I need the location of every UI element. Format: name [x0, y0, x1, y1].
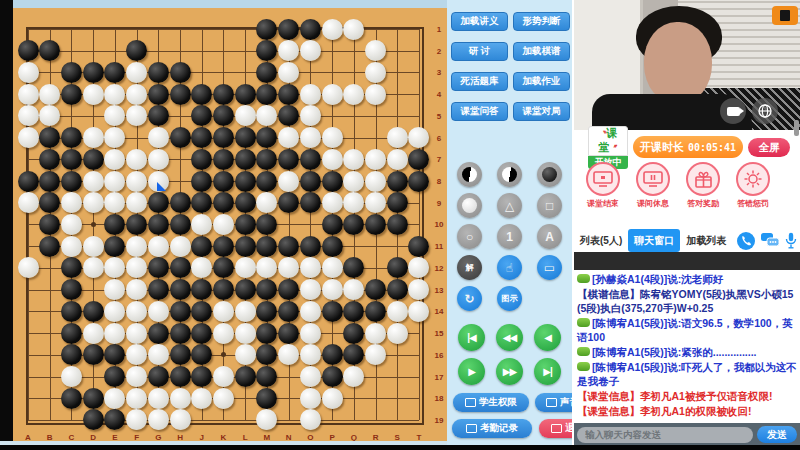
stone-L8[interactable] [235, 171, 256, 192]
stone-T12[interactable] [408, 257, 429, 278]
stone-P1[interactable] [322, 19, 343, 40]
chat-message-list[interactable]: [孙赫焱A1(4段)]说:沈老师好【棋谱信息】陈宥铭YOMY(5段)执黑VS小硕… [574, 270, 800, 423]
stone-N15[interactable] [278, 323, 299, 344]
stone-M18[interactable] [256, 388, 277, 409]
number-marker-icon[interactable]: 1 [497, 224, 522, 249]
stone-D18[interactable] [83, 388, 104, 409]
coord-number: 15 [435, 329, 444, 338]
stone-L12[interactable] [235, 257, 256, 278]
stone-D12[interactable] [83, 257, 104, 278]
chat-message-7: 【课堂信息】李初凡A1的权限被收回! [577, 404, 797, 418]
stone-N3[interactable] [278, 62, 299, 83]
black-stone-icon[interactable] [537, 162, 562, 187]
stone-P17[interactable] [322, 366, 343, 387]
board-left-strip [0, 0, 13, 445]
coord-number: 5 [437, 111, 441, 120]
stone-A4[interactable] [18, 84, 39, 105]
stone-S14[interactable] [387, 301, 408, 322]
stone-F14[interactable] [126, 301, 147, 322]
coord-number: 3 [437, 68, 441, 77]
stone-L5[interactable] [235, 105, 256, 126]
stone-Q7[interactable] [343, 149, 364, 170]
coord-number: 4 [437, 90, 441, 99]
fast-forward-button[interactable]: ▶▶ [496, 358, 523, 385]
stone-J15[interactable] [191, 323, 212, 344]
stone-T14[interactable] [408, 301, 429, 322]
toolbar-button-5[interactable]: 死活题库 [451, 72, 508, 91]
stone-P13[interactable] [322, 279, 343, 300]
stone-P4[interactable] [322, 84, 343, 105]
stone-E8[interactable] [104, 171, 125, 192]
stone-H11[interactable] [170, 236, 191, 257]
stone-G16[interactable] [148, 344, 169, 365]
stone-C7[interactable] [61, 149, 82, 170]
class-action-2[interactable]: 课间休息 [628, 162, 678, 209]
stone-R7[interactable] [365, 149, 386, 170]
stone-G9[interactable] [148, 192, 169, 213]
stone-L16[interactable] [235, 344, 256, 365]
stone-O7[interactable] [300, 149, 321, 170]
stone-K13[interactable] [213, 279, 234, 300]
stone-H13[interactable] [170, 279, 191, 300]
stone-O1[interactable] [300, 19, 321, 40]
stone-M4[interactable] [256, 84, 277, 105]
vip-badge-icon [577, 318, 590, 327]
white-stone-icon[interactable] [457, 193, 482, 218]
coord-number: 11 [435, 242, 443, 251]
stone-F7[interactable] [126, 149, 147, 170]
go-classroom-app: A1B2C3D4E5F6G7H8J9K10L11M12N13O14P15Q16R… [0, 0, 800, 450]
stone-P14[interactable] [322, 301, 343, 322]
collapsed-banner [574, 252, 800, 270]
stone-N4[interactable] [278, 84, 299, 105]
stone-G15[interactable] [148, 323, 169, 344]
stone-H12[interactable] [170, 257, 191, 278]
stone-G14[interactable] [148, 301, 169, 322]
class-timer: 开课时长 00:05:41 [633, 136, 743, 158]
stone-C15[interactable] [61, 323, 82, 344]
stone-Q8[interactable] [343, 171, 364, 192]
stone-R4[interactable] [365, 84, 386, 105]
stone-F8[interactable] [126, 171, 147, 192]
chat-bubbles-icon[interactable] [760, 232, 780, 249]
chat-message-2: 【棋谱信息】陈宥铭YOMY(5段)执黑VS小硕15(5段)执白(375,270手… [577, 287, 797, 315]
black-white-stone-icon[interactable] [457, 162, 482, 187]
stone-P10[interactable] [322, 214, 343, 235]
stone-P18[interactable] [322, 388, 343, 409]
chat-message-1: [孙赫焱A1(4段)]说:沈老师好 [577, 272, 797, 286]
coord-number: 14 [435, 307, 444, 316]
coord-number: 6 [437, 133, 441, 142]
stone-L9[interactable] [235, 192, 256, 213]
board-top-strip [13, 0, 447, 8]
stone-G3[interactable] [148, 62, 169, 83]
circle-marker-icon[interactable]: ○ [457, 224, 482, 249]
toolbar-button-2[interactable]: 形势判断 [513, 12, 570, 31]
stone-T13[interactable] [408, 279, 429, 300]
chat-message-4: [陈博宥A1(5段)]说:紧张的............... [577, 345, 797, 359]
stone-C4[interactable] [61, 84, 82, 105]
stone-P9[interactable] [322, 192, 343, 213]
stone-O9[interactable] [300, 192, 321, 213]
stone-D8[interactable] [83, 171, 104, 192]
stone-S8[interactable] [387, 171, 408, 192]
chat-message-3: [陈博宥A1(5段)]说:语文96.5，数学100，英语100 [577, 316, 797, 344]
attendance-button[interactable]: 考勤记录 [452, 419, 532, 438]
stone-C8[interactable] [61, 171, 82, 192]
tab-3[interactable]: 加载列表 [680, 229, 732, 252]
stone-Q15[interactable] [343, 323, 364, 344]
stone-N14[interactable] [278, 301, 299, 322]
stone-M11[interactable] [256, 236, 277, 257]
coord-number: 10 [435, 220, 444, 229]
stone-J8[interactable] [191, 171, 212, 192]
stone-G11[interactable] [148, 236, 169, 257]
class-action-3[interactable]: 答对奖励 [678, 162, 728, 209]
stone-B7[interactable] [39, 149, 60, 170]
stone-C17[interactable] [61, 366, 82, 387]
coord-number: 7 [437, 155, 441, 164]
stone-B4[interactable] [39, 84, 60, 105]
stone-O4[interactable] [300, 84, 321, 105]
stone-R13[interactable] [365, 279, 386, 300]
stone-H14[interactable] [170, 301, 191, 322]
step-back-button[interactable]: ◀ [534, 324, 561, 351]
stone-M1[interactable] [256, 19, 277, 40]
stone-S10[interactable] [387, 214, 408, 235]
stone-A2[interactable] [18, 40, 39, 61]
stone-D14[interactable] [83, 301, 104, 322]
vip-badge-icon [577, 347, 590, 356]
stone-D19[interactable] [83, 409, 104, 430]
toolbar-button-4[interactable]: 加载棋谱 [513, 42, 570, 61]
stone-B11[interactable] [39, 236, 60, 257]
stone-M8[interactable] [256, 171, 277, 192]
stone-L11[interactable] [235, 236, 256, 257]
fullscreen-button[interactable]: 全屏 [748, 138, 790, 157]
chat-scrollbar[interactable] [794, 120, 799, 136]
stone-G13[interactable] [148, 279, 169, 300]
stone-O15[interactable] [300, 323, 321, 344]
stone-P7[interactable] [322, 149, 343, 170]
stone-J4[interactable] [191, 84, 212, 105]
stone-K18[interactable] [213, 388, 234, 409]
stone-H18[interactable] [170, 388, 191, 409]
stone-L7[interactable] [235, 149, 256, 170]
stone-R8[interactable] [365, 171, 386, 192]
stone-K4[interactable] [213, 84, 234, 105]
stone-G19[interactable] [148, 409, 169, 430]
stone-H3[interactable] [170, 62, 191, 83]
stone-O14[interactable] [300, 301, 321, 322]
stone-F19[interactable] [126, 409, 147, 430]
skip-to-end-button[interactable]: ▶| [534, 358, 561, 385]
gift-icon [686, 162, 720, 196]
stone-D6[interactable] [83, 127, 104, 148]
phone-icon[interactable] [737, 232, 755, 250]
stone-E4[interactable] [104, 84, 125, 105]
stone-H17[interactable] [170, 366, 191, 387]
coord-number: 8 [437, 177, 441, 186]
camera-icon[interactable] [720, 98, 746, 124]
stone-L14[interactable] [235, 301, 256, 322]
logout-icon [551, 424, 562, 433]
rewind-button[interactable]: ◀◀ [496, 324, 523, 351]
record-card-icon [466, 424, 477, 433]
stone-N7[interactable] [278, 149, 299, 170]
stone-H6[interactable] [170, 127, 191, 148]
stone-A8[interactable] [18, 171, 39, 192]
student-permission-button[interactable]: 学生权限 [453, 393, 529, 412]
stone-K17[interactable] [213, 366, 234, 387]
stone-K11[interactable] [213, 236, 234, 257]
stone-O8[interactable] [300, 171, 321, 192]
stone-G18[interactable] [148, 388, 169, 409]
stone-J7[interactable] [191, 149, 212, 170]
pointer-hand-icon[interactable]: ☝ [497, 255, 522, 280]
stone-C14[interactable] [61, 301, 82, 322]
stone-A3[interactable] [18, 62, 39, 83]
stone-E18[interactable] [104, 388, 125, 409]
stone-O18[interactable] [300, 388, 321, 409]
stone-D16[interactable] [83, 344, 104, 365]
stone-D3[interactable] [83, 62, 104, 83]
tool-column: 加载讲义形势判断研 讨加载棋谱死活题库加载作业课堂问答课堂对局 △□○1A解☝▭… [447, 0, 572, 450]
stone-H4[interactable] [170, 84, 191, 105]
coord-number: 2 [437, 46, 441, 55]
vip-badge-icon [577, 274, 590, 283]
square-marker-icon[interactable]: □ [537, 193, 562, 218]
stone-O17[interactable] [300, 366, 321, 387]
stone-C13[interactable] [61, 279, 82, 300]
stone-G7[interactable] [148, 149, 169, 170]
answer-button[interactable]: 解 [457, 255, 482, 280]
stone-M19[interactable] [256, 409, 277, 430]
stone-A5[interactable] [18, 105, 39, 126]
stone-G6[interactable] [148, 127, 169, 148]
stone-R14[interactable] [365, 301, 386, 322]
toolbar-button-6[interactable]: 加载作业 [513, 72, 570, 91]
stone-H15[interactable] [170, 323, 191, 344]
chat-input-row: 发送 [574, 423, 800, 446]
network-globe-icon[interactable] [752, 98, 778, 124]
teacher-face [644, 22, 712, 104]
stone-O2[interactable] [300, 40, 321, 61]
stone-E19[interactable] [104, 409, 125, 430]
stone-C10[interactable] [61, 214, 82, 235]
stone-L17[interactable] [235, 366, 256, 387]
refresh-icon[interactable]: ↻ [457, 286, 482, 311]
stone-R15[interactable] [365, 323, 386, 344]
toolbar-button-1[interactable]: 加载讲义 [451, 12, 508, 31]
gear-icon [736, 162, 770, 196]
stone-F11[interactable] [126, 236, 147, 257]
letter-marker-icon[interactable]: A [537, 224, 562, 249]
go-board[interactable]: A1B2C3D4E5F6G7H8J9K10L11M12N13O14P15Q16R… [0, 0, 447, 450]
stone-K14[interactable] [213, 301, 234, 322]
white-black-stone-icon[interactable] [497, 162, 522, 187]
stone-G10[interactable] [148, 214, 169, 235]
permission-icon [465, 398, 476, 407]
stone-N1[interactable] [278, 19, 299, 40]
speaker-icon [546, 398, 557, 407]
stone-T6[interactable] [408, 127, 429, 148]
stone-B8[interactable] [39, 171, 60, 192]
stone-S9[interactable] [387, 192, 408, 213]
stone-A6[interactable] [18, 127, 39, 148]
stone-Q1[interactable] [343, 19, 364, 40]
play-button[interactable]: ▶ [458, 358, 485, 385]
monitor-pause-icon [636, 162, 670, 196]
stone-D15[interactable] [83, 323, 104, 344]
stone-H10[interactable] [170, 214, 191, 235]
diagram-button[interactable]: 图示 [497, 286, 522, 311]
coord-number: 9 [437, 198, 441, 207]
monitor-end-icon [586, 162, 620, 196]
microphone-icon[interactable] [785, 232, 797, 249]
tab-1[interactable]: 列表(5人) [574, 229, 628, 252]
stone-L4[interactable] [235, 84, 256, 105]
stone-J11[interactable] [191, 236, 212, 257]
stone-P8[interactable] [322, 171, 343, 192]
coord-number: 17 [435, 372, 444, 381]
right-panel: 〝课堂〞 开放中 开课时长 00:05:41 全屏 课堂结束课间休息答对奖励答错… [572, 0, 800, 450]
stone-F18[interactable] [126, 388, 147, 409]
window-bottom-strip [0, 445, 800, 450]
class-action-1[interactable]: 课堂结束 [578, 162, 628, 209]
stone-C3[interactable] [61, 62, 82, 83]
stone-L13[interactable] [235, 279, 256, 300]
stone-G4[interactable] [148, 84, 169, 105]
coord-number: 12 [435, 263, 444, 272]
stone-S15[interactable] [387, 323, 408, 344]
stone-O11[interactable] [300, 236, 321, 257]
stone-S7[interactable] [387, 149, 408, 170]
stone-E11[interactable] [104, 236, 125, 257]
stone-L15[interactable] [235, 323, 256, 344]
stone-H9[interactable] [170, 192, 191, 213]
stone-L10[interactable] [235, 214, 256, 235]
stone-A9[interactable] [18, 192, 39, 213]
star-point [91, 222, 96, 227]
paint-roller-icon[interactable]: ▭ [537, 255, 562, 280]
stone-D9[interactable] [83, 192, 104, 213]
stone-T11[interactable] [408, 236, 429, 257]
stone-O19[interactable] [300, 409, 321, 430]
stone-O13[interactable] [300, 279, 321, 300]
toolbar-button-8[interactable]: 课堂对局 [513, 102, 570, 121]
stone-P6[interactable] [322, 127, 343, 148]
stone-T8[interactable] [408, 171, 429, 192]
stone-F4[interactable] [126, 84, 147, 105]
chat-message-5: [陈博宥A1(5段)]说:吓死人了，我都以为这不是我卷子 [577, 360, 797, 388]
chat-message-6: 【课堂信息】李初凡A1被授予仅语音权限! [577, 389, 797, 403]
stone-F17[interactable] [126, 366, 147, 387]
stone-J18[interactable] [191, 388, 212, 409]
stone-K7[interactable] [213, 149, 234, 170]
tab-2[interactable]: 聊天窗口 [628, 229, 680, 252]
stone-K8[interactable] [213, 171, 234, 192]
stone-F15[interactable] [126, 323, 147, 344]
stone-N8[interactable] [278, 171, 299, 192]
stone-R10[interactable] [365, 214, 386, 235]
coord-number: 1 [437, 25, 441, 34]
stone-O6[interactable] [300, 127, 321, 148]
vip-badge-icon [577, 362, 590, 371]
coord-number: 18 [435, 394, 444, 403]
stone-A12[interactable] [18, 257, 39, 278]
stone-G17[interactable] [148, 366, 169, 387]
stone-J14[interactable] [191, 301, 212, 322]
stone-P16[interactable] [322, 344, 343, 365]
stone-T7[interactable] [408, 149, 429, 170]
send-button[interactable]: 发送 [757, 426, 797, 443]
stone-D7[interactable] [83, 149, 104, 170]
stone-K6[interactable] [213, 127, 234, 148]
stone-P12[interactable] [322, 257, 343, 278]
toolbar-button-7[interactable]: 课堂问答 [451, 102, 508, 121]
stone-C18[interactable] [61, 388, 82, 409]
stone-K10[interactable] [213, 214, 234, 235]
stone-N11[interactable] [278, 236, 299, 257]
stone-S12[interactable] [387, 257, 408, 278]
stone-R3[interactable] [365, 62, 386, 83]
toolbar-button-3[interactable]: 研 讨 [451, 42, 508, 61]
stone-C6[interactable] [61, 127, 82, 148]
stone-Q4[interactable] [343, 84, 364, 105]
stone-S6[interactable] [387, 127, 408, 148]
stone-S13[interactable] [387, 279, 408, 300]
triangle-marker-icon[interactable]: △ [497, 193, 522, 218]
stone-M15[interactable] [256, 323, 277, 344]
class-action-4[interactable]: 答错惩罚 [728, 162, 778, 209]
stone-H16[interactable] [170, 344, 191, 365]
stone-L6[interactable] [235, 127, 256, 148]
chat-input[interactable] [577, 427, 753, 443]
last-move-marker [157, 182, 166, 191]
stone-F10[interactable] [126, 214, 147, 235]
stone-F3[interactable] [126, 62, 147, 83]
teacher-webcam-video [574, 0, 800, 130]
stone-P11[interactable] [322, 236, 343, 257]
coord-number: 16 [435, 350, 444, 359]
coord-number: 13 [435, 285, 444, 294]
stone-H19[interactable] [170, 409, 191, 430]
stone-K15[interactable] [213, 323, 234, 344]
record-flag-icon[interactable] [772, 6, 798, 25]
stone-D11[interactable] [83, 236, 104, 257]
stone-C11[interactable] [61, 236, 82, 257]
stone-D4[interactable] [83, 84, 104, 105]
stone-E15[interactable] [104, 323, 125, 344]
coord-number: 19 [435, 415, 444, 424]
skip-to-start-button[interactable]: |◀ [458, 324, 485, 351]
